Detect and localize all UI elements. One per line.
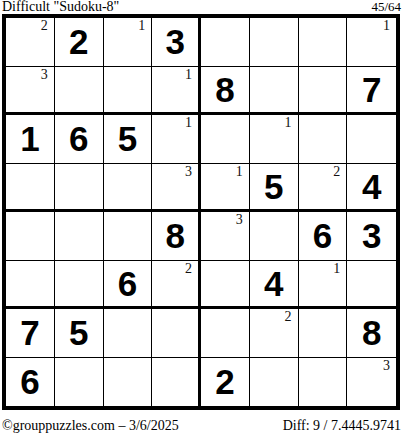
given-digit: 8: [215, 72, 234, 107]
cell-r7c8[interactable]: 8: [347, 309, 396, 358]
puzzle-page: Difficult "Sudoku-8" 45/64 2213131871651…: [0, 0, 403, 437]
cell-r3c4[interactable]: 1: [152, 115, 201, 164]
cell-r4c6[interactable]: 5: [250, 164, 299, 213]
cell-r1c7[interactable]: [299, 18, 348, 67]
cell-r4c3[interactable]: [104, 164, 153, 213]
pencil-mark: 1: [383, 19, 390, 34]
pencil-mark: 1: [138, 19, 145, 34]
cell-r7c5[interactable]: [201, 309, 250, 358]
cell-r1c8[interactable]: 1: [347, 18, 396, 67]
cell-r4c4[interactable]: 3: [152, 164, 201, 213]
given-digit: 6: [118, 266, 137, 301]
cell-r7c1[interactable]: 7: [6, 309, 55, 358]
cell-r2c5[interactable]: 8: [201, 67, 250, 116]
cell-r8c8[interactable]: 3: [347, 358, 396, 407]
given-digit: 4: [264, 266, 283, 301]
cell-r1c5[interactable]: [201, 18, 250, 67]
given-digit: 6: [69, 121, 88, 156]
given-digit: 8: [165, 218, 184, 253]
cell-r7c2[interactable]: 5: [55, 309, 104, 358]
given-digit: 2: [69, 24, 88, 59]
header: Difficult "Sudoku-8" 45/64: [2, 0, 401, 13]
cell-r4c2[interactable]: [55, 164, 104, 213]
difficulty-label: Diff: 9 / 7.4445.9741: [283, 418, 401, 433]
cell-r8c3[interactable]: [104, 358, 153, 407]
given-digit: 1: [20, 121, 39, 156]
cell-r7c6[interactable]: 2: [250, 309, 299, 358]
given-digit: 6: [20, 364, 39, 399]
pencil-mark: 2: [333, 165, 340, 180]
given-digit: 3: [165, 24, 184, 59]
cell-r1c1[interactable]: 2: [6, 18, 55, 67]
cell-r5c2[interactable]: [55, 212, 104, 261]
cell-r4c8[interactable]: 4: [347, 164, 396, 213]
cell-r6c5[interactable]: [201, 261, 250, 310]
cell-r6c1[interactable]: [6, 261, 55, 310]
given-digit: 5: [264, 169, 283, 204]
cell-r5c1[interactable]: [6, 212, 55, 261]
cell-r7c4[interactable]: [152, 309, 201, 358]
cell-r2c3[interactable]: [104, 67, 153, 116]
cell-r7c3[interactable]: [104, 309, 153, 358]
cell-r4c7[interactable]: 2: [299, 164, 348, 213]
pencil-mark: 2: [185, 262, 192, 277]
cell-r8c7[interactable]: [299, 358, 348, 407]
cell-r6c3[interactable]: 6: [104, 261, 153, 310]
cell-r2c6[interactable]: [250, 67, 299, 116]
given-digit: 5: [118, 121, 137, 156]
cell-r2c4[interactable]: 1: [152, 67, 201, 116]
cell-r6c8[interactable]: [347, 261, 396, 310]
cell-r8c4[interactable]: [152, 358, 201, 407]
footer: ©grouppuzzles.com – 3/6/2025 Diff: 9 / 7…: [2, 418, 401, 434]
pencil-mark: 1: [236, 165, 243, 180]
pencil-mark: 1: [285, 116, 292, 131]
given-digit: 2: [215, 364, 234, 399]
sudoku-board: 2213131871651131524836362417528623: [2, 14, 400, 410]
given-digit: 7: [20, 315, 39, 350]
pencil-mark: 1: [185, 68, 192, 83]
given-digit: 5: [69, 315, 88, 350]
pencil-mark: 2: [41, 19, 48, 34]
cell-r6c7[interactable]: 1: [299, 261, 348, 310]
cell-r2c7[interactable]: [299, 67, 348, 116]
cell-r6c6[interactable]: 4: [250, 261, 299, 310]
cell-r3c8[interactable]: [347, 115, 396, 164]
cell-r5c6[interactable]: [250, 212, 299, 261]
cell-r5c3[interactable]: [104, 212, 153, 261]
pencil-mark: 3: [383, 359, 390, 374]
cell-r2c8[interactable]: 7: [347, 67, 396, 116]
given-digit: 8: [362, 315, 381, 350]
cell-r5c4[interactable]: 8: [152, 212, 201, 261]
pencil-mark: 1: [185, 116, 192, 131]
cell-r3c2[interactable]: 6: [55, 115, 104, 164]
cell-r2c1[interactable]: 3: [6, 67, 55, 116]
copyright-credit: ©grouppuzzles.com – 3/6/2025: [2, 418, 179, 433]
cell-r5c5[interactable]: 3: [201, 212, 250, 261]
cell-r4c5[interactable]: 1: [201, 164, 250, 213]
pencil-mark: 3: [236, 213, 243, 228]
given-digit: 3: [362, 218, 381, 253]
cell-r7c7[interactable]: [299, 309, 348, 358]
cell-r8c5[interactable]: 2: [201, 358, 250, 407]
cell-r3c6[interactable]: 1: [250, 115, 299, 164]
puzzle-counter: 45/64: [371, 0, 401, 13]
cell-r6c4[interactable]: 2: [152, 261, 201, 310]
cell-r6c2[interactable]: [55, 261, 104, 310]
given-digit: 7: [362, 72, 381, 107]
cell-r3c1[interactable]: 1: [6, 115, 55, 164]
cell-r4c1[interactable]: [6, 164, 55, 213]
cell-r1c2[interactable]: 2: [55, 18, 104, 67]
given-digit: 6: [313, 218, 332, 253]
pencil-mark: 2: [285, 310, 292, 325]
pencil-mark: 1: [333, 262, 340, 277]
cell-r3c7[interactable]: [299, 115, 348, 164]
pencil-mark: 3: [41, 68, 48, 83]
cell-r8c2[interactable]: [55, 358, 104, 407]
puzzle-title: Difficult "Sudoku-8": [2, 0, 119, 13]
cell-r1c3[interactable]: 1: [104, 18, 153, 67]
cell-r1c6[interactable]: [250, 18, 299, 67]
cell-r2c2[interactable]: [55, 67, 104, 116]
cell-r3c3[interactable]: 5: [104, 115, 153, 164]
cell-r8c1[interactable]: 6: [6, 358, 55, 407]
given-digit: 4: [362, 169, 381, 204]
cell-r1c4[interactable]: 3: [152, 18, 201, 67]
cell-r8c6[interactable]: [250, 358, 299, 407]
pencil-mark: 3: [185, 165, 192, 180]
cell-r3c5[interactable]: [201, 115, 250, 164]
cell-r5c8[interactable]: 3: [347, 212, 396, 261]
cell-r5c7[interactable]: 6: [299, 212, 348, 261]
